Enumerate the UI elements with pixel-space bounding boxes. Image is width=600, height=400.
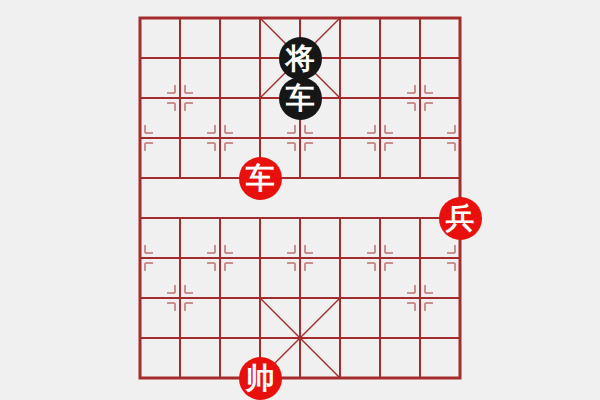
- black-chariot[interactable]: 车: [279, 77, 322, 120]
- intersection-c3-r9: 帅: [240, 358, 280, 398]
- red-chariot[interactable]: 车: [239, 157, 282, 200]
- intersection-c4-r1: 将: [280, 38, 320, 78]
- xiangqi-diagram: 将车车兵帅: [0, 0, 600, 400]
- red-general[interactable]: 帅: [239, 357, 282, 400]
- intersection-c3-r4: 车: [240, 158, 280, 198]
- intersection-c8-r5: 兵: [440, 198, 480, 238]
- board: 将车车兵帅: [120, 0, 480, 398]
- black-general[interactable]: 将: [279, 37, 322, 80]
- red-soldier[interactable]: 兵: [439, 197, 482, 240]
- intersection-c4-r2: 车: [280, 78, 320, 118]
